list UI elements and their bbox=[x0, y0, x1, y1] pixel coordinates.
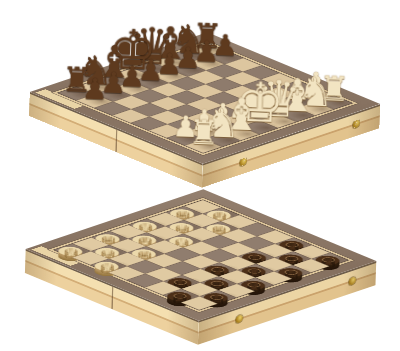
chess-piece-glyph: ♟ bbox=[67, 74, 122, 105]
brass-hinge-icon bbox=[349, 276, 356, 286]
checkers-board-scene: ●●●●●●●●●●●●●●●●●●●●●●●● bbox=[77, 131, 325, 351]
brass-clasp-icon bbox=[235, 314, 242, 324]
brass-hinge-icon bbox=[353, 119, 360, 129]
fold-seam bbox=[111, 287, 113, 310]
product-photo-canvas: ♜♟♟♜♞♟♟♞♝♟♟♝♛♟♟♛♚♟♟♚♝♟♟♝♞♟♟♞♜♟♟♜ ●●●●●●●… bbox=[0, 0, 400, 351]
checkers-board: ●●●●●●●●●●●●●●●●●●●●●●●● bbox=[26, 189, 377, 320]
